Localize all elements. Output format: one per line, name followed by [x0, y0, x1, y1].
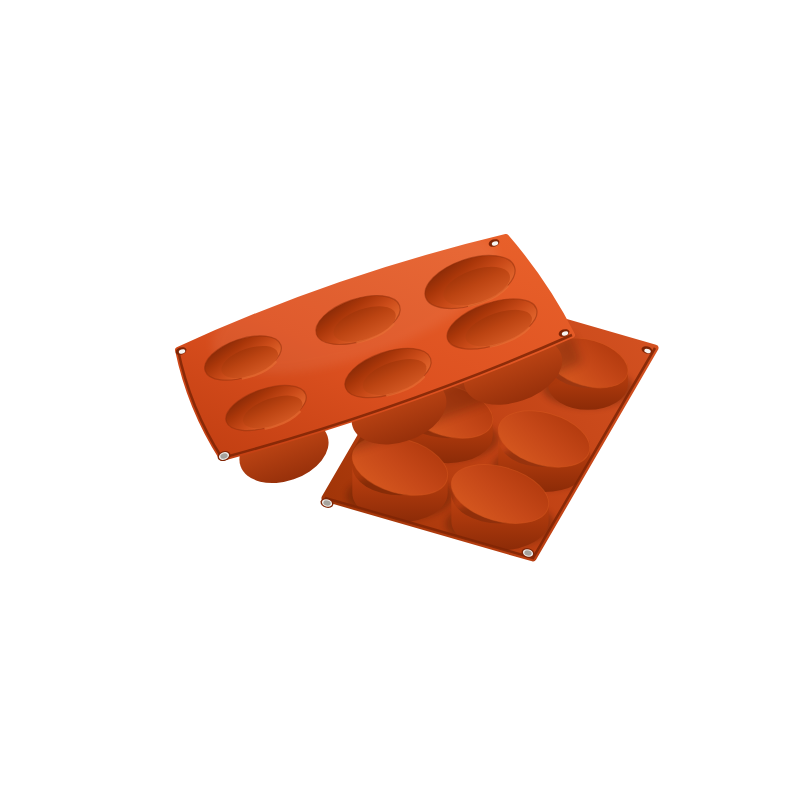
image-canvas: Product photo: two terracotta-orange sil…: [0, 0, 800, 800]
product-photo: [0, 0, 800, 800]
